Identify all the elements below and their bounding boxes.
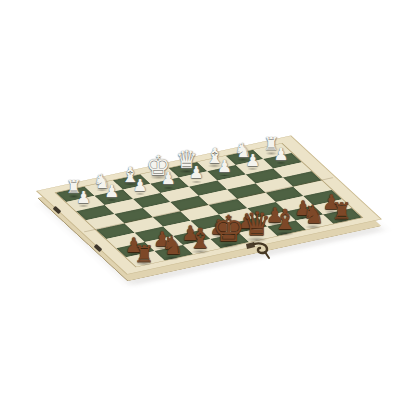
chess-board: [36, 136, 382, 275]
clasp-icon: [245, 240, 275, 266]
chess-set-product-photo: ♜♞♝♚♛♝♞♜♟♟♟♟♟♟♟♟♟♟♟♟♟♟♟♟♜♞♝♚♛♝♞♜: [0, 0, 420, 420]
